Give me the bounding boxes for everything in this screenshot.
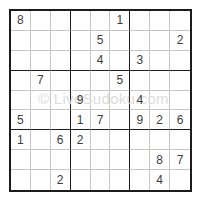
- sudoku-cell: [110, 110, 130, 130]
- given-digit: 1: [77, 114, 84, 126]
- given-digit: 3: [136, 54, 143, 66]
- sudoku-cell: [31, 31, 51, 51]
- sudoku-cell: 2: [71, 130, 91, 150]
- sudoku-cell: 6: [51, 130, 71, 150]
- sudoku-cell: 2: [150, 110, 170, 130]
- given-digit: 7: [177, 154, 184, 166]
- sudoku-cell: 9: [71, 91, 91, 111]
- sudoku-cell: [110, 31, 130, 51]
- sudoku-cell: [51, 11, 71, 31]
- sudoku-cell: 4: [130, 91, 150, 111]
- sudoku-cell: [91, 71, 111, 91]
- sudoku-board: 81524375945179261628724: [9, 9, 192, 192]
- sudoku-cell: 4: [150, 170, 170, 190]
- sudoku-cell: [11, 91, 31, 111]
- sudoku-cell: [91, 130, 111, 150]
- sudoku-cell: [170, 11, 190, 31]
- sudoku-cell: [110, 130, 130, 150]
- given-digit: 2: [156, 114, 163, 126]
- sudoku-cell: [130, 130, 150, 150]
- given-digit: 9: [136, 114, 143, 126]
- sudoku-cell: 5: [11, 110, 31, 130]
- sudoku-cell: [71, 11, 91, 31]
- given-digit: 5: [117, 74, 124, 86]
- sudoku-cell: [51, 150, 71, 170]
- sudoku-cell: [31, 51, 51, 71]
- sudoku-cell: [51, 91, 71, 111]
- sudoku-cell: [71, 31, 91, 51]
- sudoku-cell: [91, 11, 111, 31]
- sudoku-cell: [130, 71, 150, 91]
- sudoku-cell: [31, 130, 51, 150]
- sudoku-cell: 8: [150, 150, 170, 170]
- given-digit: 2: [177, 34, 184, 46]
- given-digit: 4: [156, 174, 163, 186]
- given-digit: 8: [17, 14, 24, 26]
- sudoku-cell: [11, 150, 31, 170]
- sudoku-cell: [150, 130, 170, 150]
- sudoku-cell: [71, 170, 91, 190]
- sudoku-cell: [51, 31, 71, 51]
- sudoku-cell: [51, 110, 71, 130]
- given-digit: 2: [77, 134, 84, 146]
- sudoku-cell: 5: [91, 31, 111, 51]
- sudoku-cell: [110, 170, 130, 190]
- sudoku-cell: 2: [51, 170, 71, 190]
- sudoku-cell: [170, 71, 190, 91]
- sudoku-cell: [130, 31, 150, 51]
- sudoku-cell: [31, 11, 51, 31]
- sudoku-cell: [11, 170, 31, 190]
- given-digit: 5: [17, 114, 24, 126]
- sudoku-cell: [130, 11, 150, 31]
- given-digit: 6: [177, 114, 184, 126]
- given-digit: 4: [136, 94, 143, 106]
- sudoku-cell: 5: [110, 71, 130, 91]
- sudoku-cell: [150, 11, 170, 31]
- given-digit: 4: [97, 54, 104, 66]
- sudoku-cell: [150, 71, 170, 91]
- sudoku-cell: [51, 51, 71, 71]
- sudoku-cell: 8: [11, 11, 31, 31]
- sudoku-cell: 1: [71, 110, 91, 130]
- sudoku-cell: [110, 91, 130, 111]
- sudoku-cell: [71, 71, 91, 91]
- given-digit: 1: [117, 14, 124, 26]
- sudoku-cell: 9: [130, 110, 150, 130]
- given-digit: 9: [77, 94, 84, 106]
- sudoku-cell: [31, 150, 51, 170]
- sudoku-cell: 4: [91, 51, 111, 71]
- sudoku-cell: [150, 91, 170, 111]
- sudoku-cell: 7: [170, 150, 190, 170]
- sudoku-cell: [71, 51, 91, 71]
- sudoku-cell: [11, 31, 31, 51]
- sudoku-cell: [110, 150, 130, 170]
- sudoku-cell: [130, 170, 150, 190]
- sudoku-cell: [51, 71, 71, 91]
- sudoku-cell: [170, 51, 190, 71]
- given-digit: 7: [97, 114, 104, 126]
- sudoku-cell: [110, 51, 130, 71]
- sudoku-cell: [11, 71, 31, 91]
- sudoku-cell: [11, 51, 31, 71]
- given-digit: 8: [156, 154, 163, 166]
- sudoku-cell: [31, 170, 51, 190]
- sudoku-cell: 2: [170, 31, 190, 51]
- sudoku-cell: [91, 150, 111, 170]
- sudoku-cell: [150, 31, 170, 51]
- given-digit: 2: [57, 174, 64, 186]
- given-digit: 5: [97, 34, 104, 46]
- sudoku-cell: 7: [31, 71, 51, 91]
- sudoku-cell: 3: [130, 51, 150, 71]
- sudoku-cell: 7: [91, 110, 111, 130]
- sudoku-cell: 1: [110, 11, 130, 31]
- sudoku-cell: [71, 150, 91, 170]
- given-digit: 1: [17, 134, 24, 146]
- given-digit: 6: [57, 134, 64, 146]
- sudoku-cell: [31, 91, 51, 111]
- sudoku-cell: 1: [11, 130, 31, 150]
- sudoku-cell: [31, 110, 51, 130]
- sudoku-cell: [130, 150, 150, 170]
- sudoku-cell: [170, 170, 190, 190]
- sudoku-cell: [170, 130, 190, 150]
- sudoku-cell: [91, 170, 111, 190]
- sudoku-cell: 6: [170, 110, 190, 130]
- sudoku-cell: [170, 91, 190, 111]
- sudoku-cell: [150, 51, 170, 71]
- given-digit: 7: [37, 74, 44, 86]
- sudoku-cell: [91, 91, 111, 111]
